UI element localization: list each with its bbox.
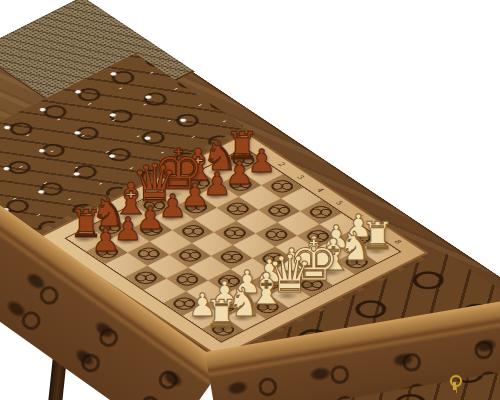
product-photo: 12345678 ♜♞♝♛♚♝♞♜♟♟♟♟♟♟♟♟♟♟♟♟♟♟♟♟♜♞♝♛♚♝♞… [0, 0, 500, 400]
brass-key [449, 375, 459, 390]
